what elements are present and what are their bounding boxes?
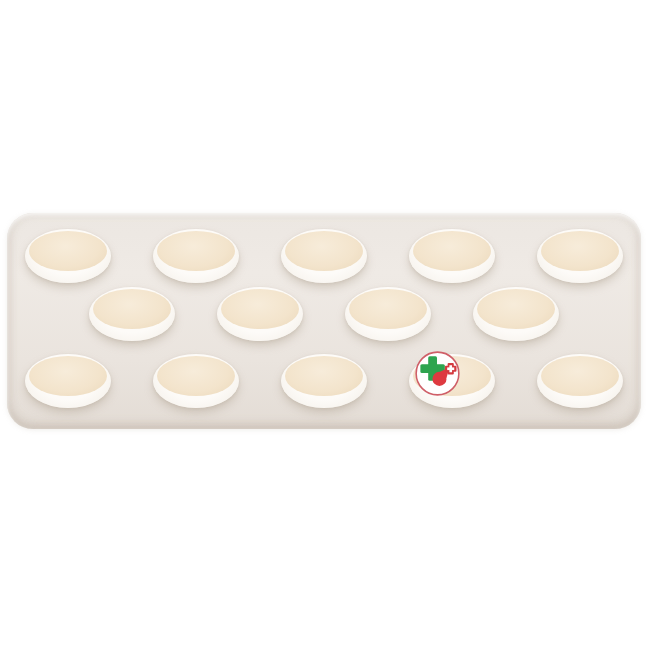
tablet <box>25 354 111 408</box>
tablet <box>345 287 431 341</box>
pharmacy-cross-logo <box>414 350 461 397</box>
tablet <box>281 354 367 408</box>
tablet <box>473 287 559 341</box>
tablet <box>89 287 175 341</box>
tablet <box>281 229 367 283</box>
tablet <box>537 354 623 408</box>
product-photo <box>0 0 648 648</box>
tablet <box>153 354 239 408</box>
tablet <box>537 229 623 283</box>
tablet <box>409 229 495 283</box>
tablet <box>25 229 111 283</box>
tablet <box>153 229 239 283</box>
tablet <box>217 287 303 341</box>
